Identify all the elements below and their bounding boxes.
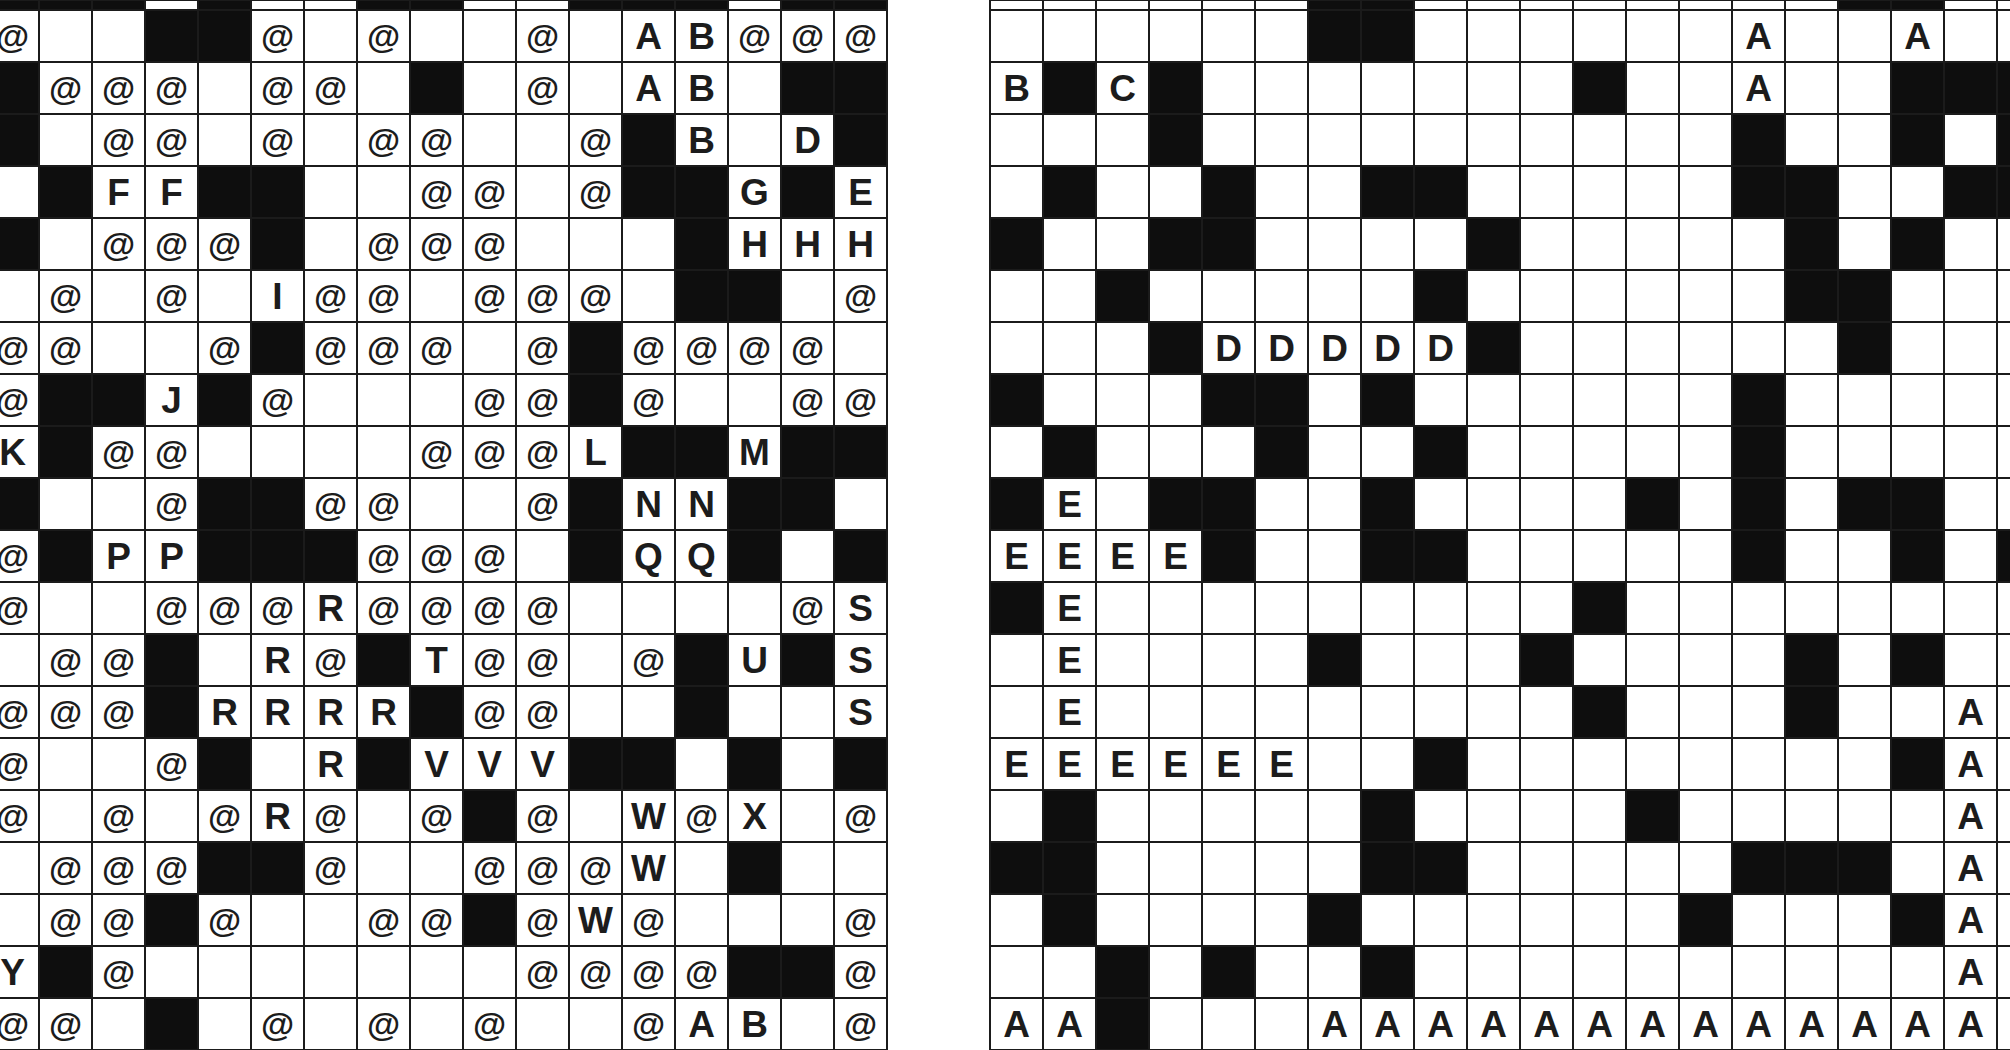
grid-cell <box>1679 738 1732 790</box>
grid-sliver-cell <box>990 0 1043 10</box>
grid-cell <box>1361 530 1414 582</box>
grid-cell <box>198 166 251 218</box>
grid-cell <box>1202 582 1255 634</box>
grid-cell <box>1944 478 1997 530</box>
grid-cell: @ <box>304 634 357 686</box>
grid-cell: @ <box>39 62 92 114</box>
grid-cell: D <box>1308 322 1361 374</box>
grid-cell <box>834 478 887 530</box>
grid-cell: @ <box>39 894 92 946</box>
grid-cell <box>1997 790 2010 842</box>
grid-cell <box>251 894 304 946</box>
grid-cell <box>1838 62 1891 114</box>
grid-cell: I <box>251 270 304 322</box>
grid-sliver-cell <box>1891 0 1944 10</box>
grid-cell <box>1414 62 1467 114</box>
grid-cell <box>1308 10 1361 62</box>
grid-cell <box>1679 114 1732 166</box>
grid-cell <box>1573 946 1626 998</box>
grid-cell <box>1149 10 1202 62</box>
grid-cell: A <box>1944 842 1997 894</box>
grid-cell <box>1149 582 1202 634</box>
grid-cell <box>1202 478 1255 530</box>
grid-cell <box>1520 426 1573 478</box>
grid-cell <box>990 218 1043 270</box>
grid-cell <box>1361 270 1414 322</box>
grid-cell <box>304 166 357 218</box>
grid-cell <box>463 62 516 114</box>
grid-cell <box>1467 530 1520 582</box>
grid-cell: @ <box>463 270 516 322</box>
grid-cell <box>304 374 357 426</box>
grid-cell: @ <box>198 790 251 842</box>
grid-cell: @ <box>410 218 463 270</box>
grid-cell <box>1255 218 1308 270</box>
grid-cell: @ <box>304 62 357 114</box>
grid-cell <box>1891 894 1944 946</box>
grid-cell <box>1679 322 1732 374</box>
right-grid: AABCADDDDDEEEEEEEEAEEEEEEAAAAAAAAAAAAAAA… <box>990 0 2010 1050</box>
grid-cell <box>1255 10 1308 62</box>
grid-cell <box>357 790 410 842</box>
grid-cell <box>1520 790 1573 842</box>
grid-cell <box>39 166 92 218</box>
grid-cell <box>1891 426 1944 478</box>
grid-cell <box>145 10 198 62</box>
grid-cell <box>1944 634 1997 686</box>
grid-cell <box>39 530 92 582</box>
grid-cell <box>1838 270 1891 322</box>
grid-cell: @ <box>145 426 198 478</box>
grid-cell <box>1467 374 1520 426</box>
grid-cell <box>1414 114 1467 166</box>
grid-cell <box>1202 426 1255 478</box>
grid-cell <box>92 10 145 62</box>
grid-cell <box>1414 270 1467 322</box>
grid-cell <box>463 478 516 530</box>
grid-cell: @ <box>357 114 410 166</box>
grid-cell <box>410 374 463 426</box>
grid-cell <box>410 842 463 894</box>
grid-cell <box>675 738 728 790</box>
grid-cell <box>1679 426 1732 478</box>
grid-cell <box>1202 166 1255 218</box>
grid-cell <box>990 426 1043 478</box>
grid-cell <box>1891 218 1944 270</box>
grid-cell: A <box>1997 998 2010 1050</box>
grid-cell: @ <box>357 322 410 374</box>
grid-cell <box>39 426 92 478</box>
grid-cell: A <box>1944 738 1997 790</box>
grid-cell: A <box>1944 998 1997 1050</box>
grid-cell: @ <box>622 894 675 946</box>
grid-cell: @ <box>569 842 622 894</box>
grid-cell <box>1732 582 1785 634</box>
grid-cell <box>728 114 781 166</box>
grid-cell <box>1520 374 1573 426</box>
grid-cell <box>1520 166 1573 218</box>
grid-cell: @ <box>834 790 887 842</box>
grid-cell <box>834 114 887 166</box>
grid-cell <box>1361 10 1414 62</box>
grid-cell: @ <box>0 686 39 738</box>
grid-cell <box>781 738 834 790</box>
grid-cell <box>1149 790 1202 842</box>
grid-cell <box>1997 62 2010 114</box>
grid-cell <box>1520 62 1573 114</box>
grid-sliver-cell <box>410 0 463 10</box>
grid-cell <box>1732 270 1785 322</box>
grid-cell <box>1573 738 1626 790</box>
grid-cell <box>1573 790 1626 842</box>
grid-cell <box>1997 10 2010 62</box>
grid-cell <box>1202 10 1255 62</box>
grid-cell <box>990 686 1043 738</box>
grid-cell <box>1149 686 1202 738</box>
grid-cell: @ <box>569 946 622 998</box>
grid-cell <box>1732 686 1785 738</box>
grid-cell <box>675 894 728 946</box>
grid-cell: @ <box>516 426 569 478</box>
grid-cell <box>1414 478 1467 530</box>
grid-cell <box>410 270 463 322</box>
grid-cell <box>251 322 304 374</box>
grid-cell <box>1467 634 1520 686</box>
grid-cell <box>1679 842 1732 894</box>
grid-cell <box>728 530 781 582</box>
grid-sliver-cell <box>1997 0 2010 10</box>
grid-cell: Y <box>0 946 39 998</box>
grid-cell <box>145 322 198 374</box>
grid-cell <box>198 10 251 62</box>
grid-cell <box>516 166 569 218</box>
grid-cell: P <box>92 530 145 582</box>
grid-cell: @ <box>357 998 410 1050</box>
grid-cell <box>781 998 834 1050</box>
grid-cell <box>1732 842 1785 894</box>
grid-cell <box>1838 842 1891 894</box>
grid-cell <box>1149 166 1202 218</box>
grid-cell: @ <box>463 530 516 582</box>
grid-cell <box>251 738 304 790</box>
grid-cell <box>304 894 357 946</box>
grid-cell <box>1626 114 1679 166</box>
grid-cell <box>1361 114 1414 166</box>
grid-cell <box>357 426 410 478</box>
grid-sliver-cell <box>1149 0 1202 10</box>
grid-cell: @ <box>675 322 728 374</box>
grid-cell: @ <box>198 582 251 634</box>
grid-cell: R <box>304 582 357 634</box>
grid-cell <box>1096 478 1149 530</box>
grid-cell: @ <box>145 62 198 114</box>
grid-cell <box>92 478 145 530</box>
grid-cell <box>1414 842 1467 894</box>
grid-cell <box>1308 738 1361 790</box>
grid-cell <box>1891 582 1944 634</box>
grid-cell: @ <box>728 10 781 62</box>
grid-cell <box>1891 530 1944 582</box>
grid-cell <box>675 426 728 478</box>
grid-cell <box>1096 582 1149 634</box>
grid-cell <box>1043 322 1096 374</box>
grid-cell <box>1149 894 1202 946</box>
grid-cell <box>1891 322 1944 374</box>
grid-cell: D <box>1202 322 1255 374</box>
grid-sliver-cell <box>1732 0 1785 10</box>
grid-cell: @ <box>0 790 39 842</box>
grid-cell <box>1626 322 1679 374</box>
grid-cell: @ <box>0 322 39 374</box>
grid-cell <box>1732 218 1785 270</box>
grid-cell <box>1308 530 1361 582</box>
grid-cell <box>410 946 463 998</box>
grid-cell <box>1202 946 1255 998</box>
grid-cell: A <box>622 10 675 62</box>
grid-cell <box>1785 478 1838 530</box>
grid-cell: @ <box>251 374 304 426</box>
grid-cell <box>1308 374 1361 426</box>
grid-cell <box>1838 634 1891 686</box>
grid-cell <box>1838 790 1891 842</box>
grid-cell <box>834 738 887 790</box>
grid-cell: S <box>834 582 887 634</box>
grid-cell <box>0 478 39 530</box>
grid-cell: @ <box>251 582 304 634</box>
grid-cell <box>1308 426 1361 478</box>
grid-cell <box>1732 634 1785 686</box>
grid-cell <box>357 738 410 790</box>
grid-cell <box>1361 842 1414 894</box>
grid-cell <box>1520 478 1573 530</box>
grid-cell: @ <box>304 790 357 842</box>
grid-cell: @ <box>834 894 887 946</box>
grid-cell <box>1414 894 1467 946</box>
grid-cell: E <box>1043 738 1096 790</box>
grid-cell <box>1096 998 1149 1050</box>
grid-cell <box>1255 426 1308 478</box>
grid-cell: @ <box>410 426 463 478</box>
grid-cell: W <box>622 790 675 842</box>
grid-cell <box>1785 946 1838 998</box>
grid-cell <box>1096 270 1149 322</box>
grid-cell <box>1944 62 1997 114</box>
grid-cell: @ <box>0 998 39 1050</box>
grid-cell <box>92 998 145 1050</box>
grid-cell: J <box>145 374 198 426</box>
grid-cell <box>1096 790 1149 842</box>
grid-cell <box>1997 946 2010 998</box>
grid-cell: @ <box>781 322 834 374</box>
grid-cell <box>251 426 304 478</box>
grid-cell <box>1785 322 1838 374</box>
grid-cell: R <box>198 686 251 738</box>
grid-cell <box>990 114 1043 166</box>
grid-cell <box>1891 374 1944 426</box>
grid-cell <box>357 166 410 218</box>
grid-cell: A <box>1626 998 1679 1050</box>
grid-cell <box>1414 946 1467 998</box>
grid-cell <box>1626 10 1679 62</box>
grid-cell <box>990 10 1043 62</box>
grid-cell: @ <box>145 478 198 530</box>
grid-cell <box>145 946 198 998</box>
grid-cell <box>1520 218 1573 270</box>
grid-cell <box>1626 946 1679 998</box>
grid-cell: M <box>728 426 781 478</box>
grid-cell <box>410 62 463 114</box>
grid-cell: @ <box>304 270 357 322</box>
grid-cell <box>39 114 92 166</box>
grid-cell <box>1732 114 1785 166</box>
grid-cell <box>990 270 1043 322</box>
grid-cell <box>1679 166 1732 218</box>
grid-cell <box>1679 946 1732 998</box>
grid-cell <box>1414 738 1467 790</box>
grid-cell: A <box>1308 998 1361 1050</box>
grid-cell <box>1838 530 1891 582</box>
grid-cell <box>1308 478 1361 530</box>
grid-cell: E <box>1149 530 1202 582</box>
grid-cell: B <box>990 62 1043 114</box>
grid-cell <box>1308 62 1361 114</box>
grid-cell <box>1255 114 1308 166</box>
grid-cell <box>145 998 198 1050</box>
grid-cell <box>1467 166 1520 218</box>
grid-cell <box>1096 374 1149 426</box>
grid-cell <box>1732 166 1785 218</box>
grid-cell <box>1573 894 1626 946</box>
grid-cell <box>834 530 887 582</box>
grid-cell <box>834 62 887 114</box>
grid-cell <box>1202 998 1255 1050</box>
grid-cell: @ <box>357 10 410 62</box>
grid-cell <box>1944 426 1997 478</box>
grid-cell <box>834 426 887 478</box>
grid-cell <box>1467 894 1520 946</box>
grid-cell: E <box>1255 738 1308 790</box>
grid-cell <box>1785 530 1838 582</box>
grid-cell <box>1361 790 1414 842</box>
grid-cell <box>145 634 198 686</box>
grid-cell <box>675 374 728 426</box>
grid-cell: A <box>1785 998 1838 1050</box>
grid-cell: @ <box>251 62 304 114</box>
grid-cell: E <box>990 530 1043 582</box>
grid-cell <box>1043 790 1096 842</box>
grid-cell <box>569 322 622 374</box>
grid-cell: @ <box>463 998 516 1050</box>
grid-cell: @ <box>145 842 198 894</box>
grid-cell <box>198 530 251 582</box>
grid-cell <box>1202 270 1255 322</box>
grid-cell <box>728 374 781 426</box>
grid-sliver-cell <box>1467 0 1520 10</box>
grid-cell <box>1997 894 2010 946</box>
grid-cell <box>728 842 781 894</box>
grid-cell: B <box>675 114 728 166</box>
grid-cell <box>1255 634 1308 686</box>
grid-cell: @ <box>463 374 516 426</box>
grid-cell: H <box>834 218 887 270</box>
grid-cell <box>1838 426 1891 478</box>
grid-sliver-cell <box>198 0 251 10</box>
grid-cell <box>304 426 357 478</box>
grid-cell <box>675 686 728 738</box>
grid-cell: @ <box>622 946 675 998</box>
grid-cell <box>1944 530 1997 582</box>
grid-cell <box>675 582 728 634</box>
grid-cell: K <box>0 426 39 478</box>
grid-cell <box>145 894 198 946</box>
grid-cell: @ <box>675 790 728 842</box>
grid-cell: @ <box>145 114 198 166</box>
grid-cell: A <box>1732 998 1785 1050</box>
grid-cell: F <box>92 166 145 218</box>
grid-cell: @ <box>0 582 39 634</box>
grid-cell <box>1096 10 1149 62</box>
grid-cell <box>1149 270 1202 322</box>
grid-cell <box>1838 322 1891 374</box>
grid-cell <box>0 166 39 218</box>
grid-cell: @ <box>516 634 569 686</box>
grid-cell <box>1997 478 2010 530</box>
grid-cell <box>1679 10 1732 62</box>
grid-cell <box>1679 790 1732 842</box>
grid-cell <box>1838 582 1891 634</box>
grid-cell <box>569 478 622 530</box>
grid-cell: @ <box>622 322 675 374</box>
grid-cell <box>1414 10 1467 62</box>
grid-cell: N <box>622 478 675 530</box>
grid-cell: @ <box>516 842 569 894</box>
grid-cell <box>1944 10 1997 62</box>
grid-cell <box>198 478 251 530</box>
grid-cell: A <box>1573 998 1626 1050</box>
grid-sliver-cell <box>304 0 357 10</box>
grid-cell: @ <box>0 374 39 426</box>
grid-cell <box>304 998 357 1050</box>
grid-cell <box>1202 218 1255 270</box>
grid-cell: E <box>1043 634 1096 686</box>
grid-cell <box>1361 478 1414 530</box>
grid-cell <box>569 218 622 270</box>
grid-cell: W <box>622 842 675 894</box>
grid-cell <box>1785 62 1838 114</box>
grid-cell <box>1149 374 1202 426</box>
grid-cell <box>1202 842 1255 894</box>
grid-cell <box>1626 530 1679 582</box>
grid-cell: @ <box>92 686 145 738</box>
grid-cell <box>1096 166 1149 218</box>
grid-cell <box>728 62 781 114</box>
grid-cell <box>1891 790 1944 842</box>
grid-cell: @ <box>516 374 569 426</box>
grid-cell: E <box>1043 582 1096 634</box>
grid-cell <box>1732 790 1785 842</box>
grid-cell <box>1626 426 1679 478</box>
grid-cell <box>1361 946 1414 998</box>
grid-cell: @ <box>622 998 675 1050</box>
grid-cell <box>1626 738 1679 790</box>
grid-sliver-cell <box>728 0 781 10</box>
grid-cell <box>1149 426 1202 478</box>
grid-cell <box>1255 62 1308 114</box>
grid-cell <box>622 426 675 478</box>
grid-cell <box>781 62 834 114</box>
grid-cell <box>0 894 39 946</box>
grid-cell: A <box>1732 10 1785 62</box>
